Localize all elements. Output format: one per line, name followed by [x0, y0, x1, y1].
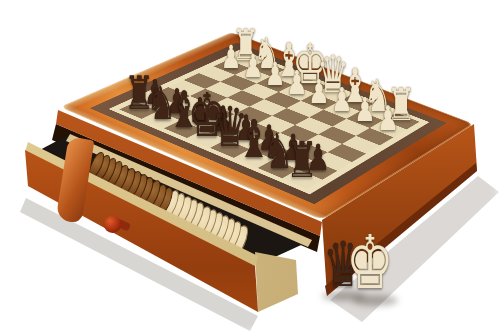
product-photo-stage: ♜♞♝♛♚♝♞♜♟♟♟♟♟♟♟♟♟♟♟♟♟♟♟♟♜♞♝♛♚♝♞♜ ♛♚ — [0, 0, 500, 334]
drawer-knob — [104, 216, 121, 233]
